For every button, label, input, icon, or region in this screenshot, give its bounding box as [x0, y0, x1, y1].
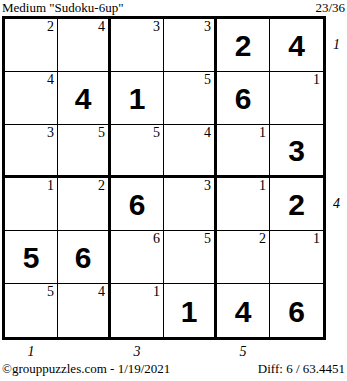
- big-digit: 6: [129, 188, 146, 220]
- pencil-mark: 2: [259, 231, 266, 247]
- big-digit: 4: [235, 295, 252, 327]
- big-digit: 4: [75, 82, 92, 114]
- cell-r6c6[interactable]: 6: [270, 284, 323, 337]
- cell-r1c1[interactable]: 2: [5, 19, 58, 72]
- cell-r5c5[interactable]: 2: [217, 231, 270, 284]
- pencil-mark: 1: [313, 72, 320, 88]
- pencil-mark: 5: [98, 125, 105, 141]
- col-label-3: 3: [134, 344, 141, 360]
- cell-r1c3[interactable]: 3: [111, 19, 164, 72]
- cell-r2c6[interactable]: 1: [270, 72, 323, 125]
- cell-r2c4[interactable]: 5: [164, 72, 217, 125]
- cell-r5c4[interactable]: 5: [164, 231, 217, 284]
- pencil-mark: 1: [259, 178, 266, 194]
- pencil-mark: 3: [204, 19, 211, 35]
- cell-r2c3[interactable]: 1: [111, 72, 164, 125]
- big-digit: 1: [129, 82, 146, 114]
- header: Medium "Sudoku-6up" 23/36: [2, 0, 345, 15]
- big-digit: 6: [75, 241, 92, 273]
- cell-r6c4[interactable]: 1: [164, 284, 217, 337]
- cell-r3c5[interactable]: 1: [217, 125, 270, 178]
- pencil-mark: 1: [153, 284, 160, 300]
- cell-r4c4[interactable]: 3: [164, 178, 217, 231]
- pencil-mark: 1: [313, 231, 320, 247]
- cell-r3c3[interactable]: 5: [111, 125, 164, 178]
- big-digit: 2: [288, 188, 305, 220]
- cell-r3c2[interactable]: 5: [58, 125, 111, 178]
- cell-r4c3[interactable]: 6: [111, 178, 164, 231]
- cell-r3c6[interactable]: 3: [270, 125, 323, 178]
- pencil-mark: 2: [98, 178, 105, 194]
- big-digit: 1: [181, 295, 198, 327]
- pencil-mark: 1: [259, 125, 266, 141]
- cell-r4c6[interactable]: 2: [270, 178, 323, 231]
- cell-r4c5[interactable]: 1: [217, 178, 270, 231]
- cell-r3c4[interactable]: 4: [164, 125, 217, 178]
- pencil-mark: 5: [204, 72, 211, 88]
- copyright-text: ©grouppuzzles.com - 1/19/2021: [2, 361, 170, 377]
- cell-r6c1[interactable]: 5: [5, 284, 58, 337]
- cell-r5c1[interactable]: 5: [5, 231, 58, 284]
- difficulty-text: Diff: 6 / 63.4451: [258, 361, 345, 377]
- puzzle-page: Medium "Sudoku-6up" 23/36 24332444156135…: [0, 0, 347, 381]
- cell-r5c6[interactable]: 1: [270, 231, 323, 284]
- big-digit: 5: [23, 241, 40, 273]
- pencil-mark: 3: [47, 125, 54, 141]
- pencil-mark: 4: [204, 125, 211, 141]
- progress-counter: 23/36: [315, 0, 345, 15]
- sudoku-board: 243324441561355413126312566521541146: [2, 16, 326, 340]
- cell-r1c6[interactable]: 4: [270, 19, 323, 72]
- cell-r6c5[interactable]: 4: [217, 284, 270, 337]
- pencil-mark: 5: [153, 125, 160, 141]
- cell-r4c2[interactable]: 2: [58, 178, 111, 231]
- cell-r2c5[interactable]: 6: [217, 72, 270, 125]
- cell-r2c2[interactable]: 4: [58, 72, 111, 125]
- row-label-4: 4: [333, 196, 340, 212]
- cell-r1c2[interactable]: 4: [58, 19, 111, 72]
- row-label-1: 1: [333, 37, 340, 53]
- pencil-mark: 5: [47, 284, 54, 300]
- pencil-mark: 4: [98, 19, 105, 35]
- page-title: Medium "Sudoku-6up": [2, 0, 123, 15]
- big-digit: 3: [288, 134, 305, 166]
- col-label-5: 5: [240, 344, 247, 360]
- pencil-mark: 2: [47, 19, 54, 35]
- cell-r2c1[interactable]: 4: [5, 72, 58, 125]
- big-digit: 6: [235, 82, 252, 114]
- footer: ©grouppuzzles.com - 1/19/2021 Diff: 6 / …: [2, 361, 345, 377]
- big-digit: 6: [288, 295, 305, 327]
- cell-r1c5[interactable]: 2: [217, 19, 270, 72]
- col-label-1: 1: [28, 344, 35, 360]
- cell-r4c1[interactable]: 1: [5, 178, 58, 231]
- big-digit: 2: [235, 29, 252, 61]
- pencil-mark: 4: [98, 284, 105, 300]
- pencil-mark: 4: [47, 72, 54, 88]
- pencil-mark: 1: [47, 178, 54, 194]
- cell-r6c3[interactable]: 1: [111, 284, 164, 337]
- cell-r5c3[interactable]: 6: [111, 231, 164, 284]
- cell-r3c1[interactable]: 3: [5, 125, 58, 178]
- cell-r5c2[interactable]: 6: [58, 231, 111, 284]
- pencil-mark: 3: [153, 19, 160, 35]
- pencil-mark: 6: [153, 231, 160, 247]
- pencil-mark: 5: [204, 231, 211, 247]
- cell-r6c2[interactable]: 4: [58, 284, 111, 337]
- big-digit: 4: [288, 29, 305, 61]
- cell-r1c4[interactable]: 3: [164, 19, 217, 72]
- pencil-mark: 3: [204, 178, 211, 194]
